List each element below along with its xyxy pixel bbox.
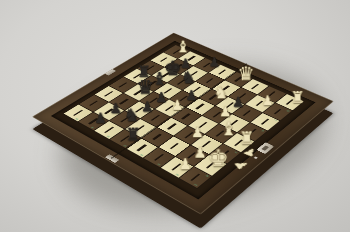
coordinate-mark: 4 [139, 154, 144, 157]
peg-slot [218, 69, 226, 74]
coordinate-mark: 6 [106, 135, 111, 138]
piece-white-pawn-c3[interactable]: ♟ [186, 126, 208, 140]
peg-slot [151, 115, 161, 121]
peg-slot [251, 84, 259, 90]
coordinate-mark: g [286, 109, 291, 112]
coordinate-mark: 3 [157, 163, 162, 166]
coordinate-mark: 1 [193, 183, 198, 186]
coordinate-mark: 2 [175, 173, 180, 176]
peg-slot [260, 118, 269, 124]
peg-slot [190, 173, 200, 181]
peg-slot [167, 123, 177, 130]
piece-white-pawn-d5[interactable]: ♟ [167, 99, 188, 113]
piece-black-rook-a5[interactable]: ♜ [122, 126, 144, 143]
peg-slot [104, 126, 114, 133]
coordinate-mark: a [205, 174, 210, 177]
piece-white-pawn-g2[interactable]: ♟ [258, 94, 278, 108]
piece-black-knight-f6[interactable]: ♞ [178, 70, 198, 86]
peg-slot [169, 142, 179, 149]
photo-stage: 8♜♝7♟♟♛♝♚♟6♞♟♟♞♟5♜♟♟4♞♛3♟♟♟2♟♟♝♟1ab♚cd♜e… [0, 0, 350, 232]
coordinate-mark: f [274, 119, 278, 121]
peg-slot [89, 100, 99, 106]
piece-white-bishop-h8[interactable]: ♝ [174, 39, 192, 55]
piece-white-rook-h1[interactable]: ♜ [287, 90, 307, 106]
peg-slot [73, 110, 83, 116]
captured-white-pawn[interactable]: ♟ [232, 159, 252, 171]
coordinate-mark: e [261, 129, 266, 132]
peg-slot [181, 113, 190, 119]
piece-white-queen-h4[interactable]: ♛ [236, 64, 255, 83]
peg-slot [137, 144, 147, 151]
peg-slot [243, 110, 252, 116]
peg-slot [152, 134, 162, 141]
coordinate-mark: c [234, 151, 239, 154]
peg-slot [104, 91, 114, 97]
piece-white-king-b1[interactable]: ♚ [207, 147, 230, 170]
piece-white-pawn-a2[interactable]: ♟ [174, 157, 197, 172]
piece-black-pawn-h6[interactable]: ♟ [204, 56, 223, 69]
peg-slot [273, 108, 282, 114]
peg-slot [195, 104, 204, 110]
piece-black-pawn-a7[interactable]: ♟ [90, 112, 111, 126]
peg-slot [119, 82, 128, 88]
piece-black-knight-b6[interactable]: ♞ [121, 107, 142, 125]
piece-white-rook-d1[interactable]: ♜ [236, 130, 258, 147]
peg-slot [154, 154, 164, 161]
